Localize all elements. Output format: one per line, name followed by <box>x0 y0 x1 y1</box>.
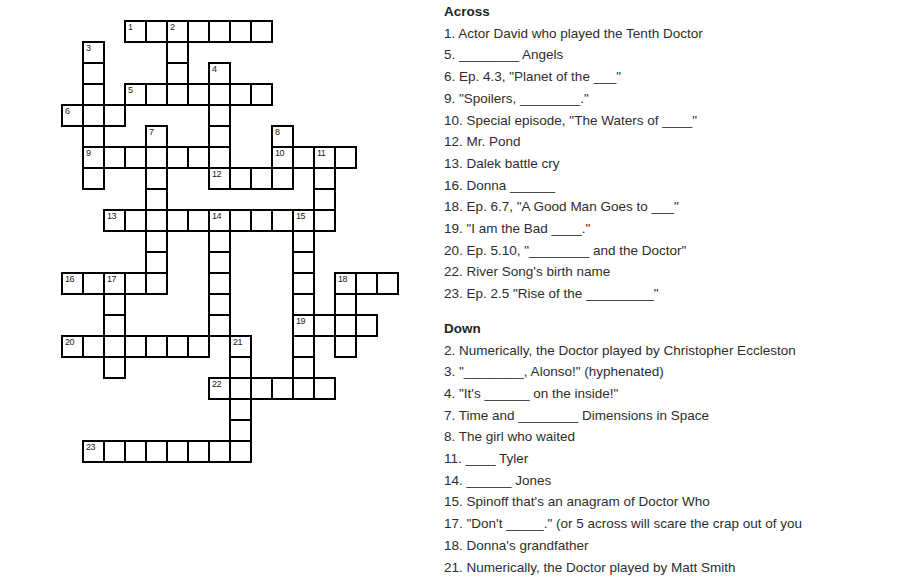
down-clue-2: 2. Numerically, the Doctor played by Chr… <box>444 340 896 362</box>
grid-cell-r3c3[interactable]: 5 <box>124 83 147 106</box>
across-clue-1: 1. Actor David who played the Tenth Doct… <box>444 23 896 45</box>
down-clue-8: 8. The girl who waited <box>444 426 896 448</box>
across-header: Across <box>444 1 896 23</box>
grid-cell-r6c3[interactable] <box>124 146 147 169</box>
grid-cell-r9c3[interactable] <box>124 209 147 232</box>
grid-cell-r4c0[interactable]: 6 <box>61 104 84 127</box>
grid-cell-r16c8[interactable] <box>229 356 252 379</box>
cell-number: 22 <box>212 379 221 390</box>
grid-cell-r4c1[interactable] <box>82 104 105 127</box>
grid-cell-r14c2[interactable] <box>103 314 126 337</box>
grid-cell-r2c1[interactable] <box>82 62 105 85</box>
grid-cell-r0c5[interactable]: 2 <box>166 20 189 43</box>
across-clue-5: 5. ________ Angels <box>444 44 896 66</box>
grid-cell-r15c6[interactable] <box>187 335 210 358</box>
grid-cell-r4c2[interactable] <box>103 104 126 127</box>
grid-cell-r11c11[interactable] <box>292 251 315 274</box>
grid-cell-r9c12[interactable] <box>313 209 336 232</box>
grid-cell-r17c12[interactable] <box>313 377 336 400</box>
grid-cell-r19c8[interactable] <box>229 419 252 442</box>
grid-cell-r13c7[interactable] <box>208 293 231 316</box>
grid-cell-r12c14[interactable] <box>355 272 378 295</box>
grid-cell-r6c10[interactable]: 10 <box>271 146 294 169</box>
cell-number: 18 <box>338 274 347 285</box>
grid-cell-r16c11[interactable] <box>292 356 315 379</box>
grid-cell-r9c7[interactable]: 14 <box>208 209 231 232</box>
cell-number: 9 <box>86 148 91 159</box>
grid-cell-r2c7[interactable]: 4 <box>208 62 231 85</box>
cell-number: 5 <box>128 85 133 96</box>
grid-cell-r12c3[interactable] <box>124 272 147 295</box>
down-clue-11: 11. ____ Tyler <box>444 448 896 470</box>
grid-cell-r6c5[interactable] <box>166 146 189 169</box>
grid-cell-r3c7[interactable] <box>208 83 231 106</box>
grid-cell-r5c1[interactable] <box>82 125 105 148</box>
grid-cell-r13c2[interactable] <box>103 293 126 316</box>
grid-cell-r15c2[interactable] <box>103 335 126 358</box>
grid-cell-r15c1[interactable] <box>82 335 105 358</box>
cell-number: 17 <box>107 274 116 285</box>
cell-number: 3 <box>86 43 91 54</box>
cell-number: 19 <box>296 316 305 327</box>
cell-number: 1 <box>128 22 133 33</box>
grid-cell-r6c13[interactable] <box>334 146 357 169</box>
down-clue-18: 18. Donna's grandfather <box>444 535 896 557</box>
grid-cell-r11c4[interactable] <box>145 251 168 274</box>
down-clue-17: 17. "Don't _____." (or 5 across will sca… <box>444 513 896 535</box>
grid-cell-r15c0[interactable]: 20 <box>61 335 84 358</box>
grid-cell-r17c9[interactable] <box>250 377 273 400</box>
grid-cell-r7c8[interactable] <box>229 167 252 190</box>
grid-cell-r20c8[interactable] <box>229 440 252 463</box>
grid-cell-r13c13[interactable] <box>334 293 357 316</box>
grid-cell-r6c12[interactable]: 11 <box>313 146 336 169</box>
grid-cell-r7c7[interactable]: 12 <box>208 167 231 190</box>
cell-number: 2 <box>170 22 175 33</box>
down-clue-21: 21. Numerically, the Doctor played by Ma… <box>444 557 896 579</box>
across-clue-6: 6. Ep. 4.3, "Planet of the ___" <box>444 66 896 88</box>
cell-number: 12 <box>212 169 221 180</box>
grid-cell-r9c2[interactable]: 13 <box>103 209 126 232</box>
grid-cell-r9c11[interactable]: 15 <box>292 209 315 232</box>
grid-cell-r15c3[interactable] <box>124 335 147 358</box>
down-clue-15: 15. Spinoff that's an anagram of Doctor … <box>444 491 896 513</box>
grid-cell-r17c11[interactable] <box>292 377 315 400</box>
cell-number: 20 <box>65 337 74 348</box>
across-clue-22: 22. River Song's birth name <box>444 261 896 283</box>
grid-cell-r9c10[interactable] <box>271 209 294 232</box>
grid-cell-r12c2[interactable]: 17 <box>103 272 126 295</box>
grid-cell-r0c3[interactable]: 1 <box>124 20 147 43</box>
across-clue-12: 12. Mr. Pond <box>444 131 896 153</box>
grid-cell-r16c2[interactable] <box>103 356 126 379</box>
grid-cell-r20c3[interactable] <box>124 440 147 463</box>
grid-cell-r9c5[interactable] <box>166 209 189 232</box>
grid-cell-r6c6[interactable] <box>187 146 210 169</box>
grid-cell-r12c4[interactable] <box>145 272 168 295</box>
down-clue-7: 7. Time and ________ Dimensions in Space <box>444 405 896 427</box>
grid-cell-r9c6[interactable] <box>187 209 210 232</box>
cell-number: 8 <box>275 127 280 138</box>
down-clue-list: 2. Numerically, the Doctor played by Chr… <box>444 340 896 579</box>
grid-cell-r7c12[interactable] <box>313 167 336 190</box>
grid-cell-r3c9[interactable] <box>250 83 273 106</box>
grid-cell-r0c8[interactable] <box>229 20 252 43</box>
crossword-grid: 1234567891011121314151617181920212223 <box>61 20 399 463</box>
grid-cell-r15c11[interactable] <box>292 335 315 358</box>
grid-cell-r15c13[interactable] <box>334 335 357 358</box>
grid-cell-r10c7[interactable] <box>208 230 231 253</box>
grid-cell-r12c7[interactable] <box>208 272 231 295</box>
down-clue-3: 3. "________, Alonso!" (hyphenated) <box>444 361 896 383</box>
across-clue-10: 10. Special episode, "The Waters of ____… <box>444 110 896 132</box>
across-clue-23: 23. Ep. 2.5 "Rise of the _________" <box>444 283 896 305</box>
grid-cell-r0c7[interactable] <box>208 20 231 43</box>
grid-cell-r15c5[interactable] <box>166 335 189 358</box>
grid-cell-r9c8[interactable] <box>229 209 252 232</box>
grid-cell-r20c1[interactable]: 23 <box>82 440 105 463</box>
grid-cell-r20c5[interactable] <box>166 440 189 463</box>
grid-cell-r9c4[interactable] <box>145 209 168 232</box>
grid-cell-r17c7[interactable]: 22 <box>208 377 231 400</box>
grid-cell-r15c4[interactable] <box>145 335 168 358</box>
grid-cell-r0c9[interactable] <box>250 20 273 43</box>
grid-cell-r14c12[interactable] <box>313 314 336 337</box>
grid-cell-r10c4[interactable] <box>145 230 168 253</box>
grid-cell-r3c5[interactable] <box>166 83 189 106</box>
across-clue-list: 1. Actor David who played the Tenth Doct… <box>444 23 896 305</box>
grid-cell-r6c11[interactable] <box>292 146 315 169</box>
grid-cell-r11c7[interactable] <box>208 251 231 274</box>
grid-cell-r6c7[interactable] <box>208 146 231 169</box>
grid-cell-r12c15[interactable] <box>376 272 399 295</box>
grid-cell-r8c12[interactable] <box>313 188 336 211</box>
grid-cell-r0c6[interactable] <box>187 20 210 43</box>
grid-cell-r2c5[interactable] <box>166 62 189 85</box>
grid-cell-r9c9[interactable] <box>250 209 273 232</box>
grid-cell-r0c4[interactable] <box>145 20 168 43</box>
grid-cell-r15c8[interactable]: 21 <box>229 335 252 358</box>
grid-cell-r18c8[interactable] <box>229 398 252 421</box>
grid-cell-r14c13[interactable] <box>334 314 357 337</box>
grid-cell-r1c1[interactable]: 3 <box>82 41 105 64</box>
grid-cell-r14c14[interactable] <box>355 314 378 337</box>
grid-cell-r20c7[interactable] <box>208 440 231 463</box>
grid-cell-r7c4[interactable] <box>145 167 168 190</box>
cell-number: 4 <box>212 64 217 75</box>
cell-number: 11 <box>317 148 325 159</box>
grid-cell-r3c8[interactable] <box>229 83 252 106</box>
grid-cell-r6c2[interactable] <box>103 146 126 169</box>
across-clue-18: 18. Ep. 6.7, "A Good Man Goes to ___" <box>444 196 896 218</box>
down-header: Down <box>444 318 896 340</box>
grid-cell-r7c1[interactable] <box>82 167 105 190</box>
grid-cell-r12c13[interactable]: 18 <box>334 272 357 295</box>
grid-cell-r6c1[interactable]: 9 <box>82 146 105 169</box>
grid-cell-r20c6[interactable] <box>187 440 210 463</box>
grid-cell-r14c7[interactable] <box>208 314 231 337</box>
grid-cell-r3c6[interactable] <box>187 83 210 106</box>
across-clue-13: 13. Dalek battle cry <box>444 153 896 175</box>
grid-cell-r12c11[interactable] <box>292 272 315 295</box>
grid-cell-r12c1[interactable] <box>82 272 105 295</box>
grid-cell-r7c10[interactable] <box>271 167 294 190</box>
across-clue-16: 16. Donna ______ <box>444 175 896 197</box>
clues-panel: Across 1. Actor David who played the Ten… <box>444 1 896 578</box>
grid-cell-r7c9[interactable] <box>250 167 273 190</box>
across-clue-20: 20. Ep. 5.10, "________ and the Doctor" <box>444 240 896 262</box>
grid-cell-r17c8[interactable] <box>229 377 252 400</box>
grid-cell-r6c4[interactable] <box>145 146 168 169</box>
cell-number: 15 <box>296 211 305 222</box>
grid-cell-r3c1[interactable] <box>82 83 105 106</box>
grid-cell-r20c2[interactable] <box>103 440 126 463</box>
grid-cell-r14c11[interactable]: 19 <box>292 314 315 337</box>
grid-cell-r10c11[interactable] <box>292 230 315 253</box>
cell-number: 16 <box>65 274 74 285</box>
grid-cell-r5c10[interactable]: 8 <box>271 125 294 148</box>
cell-number: 13 <box>107 211 116 222</box>
grid-cell-r3c4[interactable] <box>145 83 168 106</box>
grid-cell-r5c4[interactable]: 7 <box>145 125 168 148</box>
grid-cell-r20c4[interactable] <box>145 440 168 463</box>
grid-cell-r1c5[interactable] <box>166 41 189 64</box>
cell-number: 14 <box>212 211 221 222</box>
down-clue-4: 4. "It's ______ on the inside!" <box>444 383 896 405</box>
cell-number: 7 <box>149 127 154 138</box>
cell-number: 10 <box>275 148 284 159</box>
across-clue-9: 9. "Spoilers, ________." <box>444 88 896 110</box>
cell-number: 21 <box>233 337 242 348</box>
grid-cell-r5c7[interactable] <box>208 125 231 148</box>
grid-cell-r12c0[interactable]: 16 <box>61 272 84 295</box>
cell-number: 6 <box>65 106 70 117</box>
grid-cell-r13c11[interactable] <box>292 293 315 316</box>
cell-number: 23 <box>86 442 95 453</box>
grid-cell-r8c4[interactable] <box>145 188 168 211</box>
grid-cell-r17c10[interactable] <box>271 377 294 400</box>
across-clue-19: 19. "I am the Bad ____." <box>444 218 896 240</box>
down-clue-14: 14. ______ Jones <box>444 470 896 492</box>
grid-cell-r4c7[interactable] <box>208 104 231 127</box>
